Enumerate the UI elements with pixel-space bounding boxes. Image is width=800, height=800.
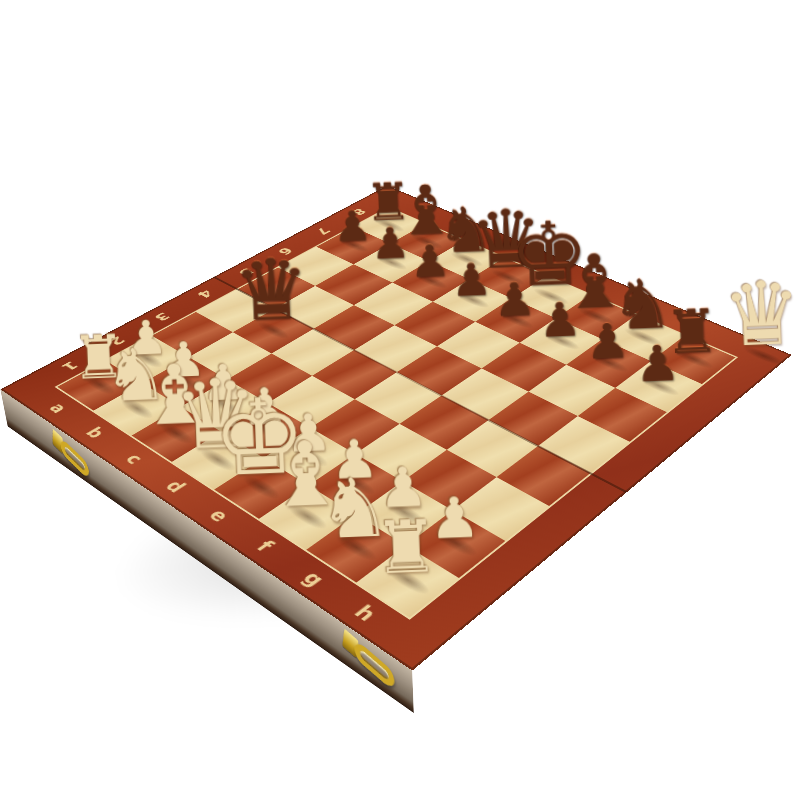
file-label-text: d	[160, 476, 191, 496]
pawn-glyph: ♟︎	[635, 338, 681, 389]
latch-loop	[354, 639, 396, 691]
square-g5[interactable]	[489, 392, 578, 446]
file-label-text: b	[81, 424, 110, 442]
file-label-text: c	[120, 450, 148, 468]
scene: abcdefgh12345678♜︎♝︎♞︎♛︎♚︎♝︎♞︎♜︎♟︎♟︎♟︎♟︎…	[0, 0, 800, 800]
square-f5[interactable]	[442, 368, 529, 420]
square-h4[interactable]	[497, 446, 591, 506]
square-h5[interactable]	[538, 416, 629, 473]
photo-stage: abcdefgh12345678♜︎♝︎♞︎♛︎♚︎♝︎♞︎♜︎♟︎♟︎♟︎♟︎…	[0, 0, 800, 800]
square-e4[interactable]	[355, 372, 442, 424]
file-label-text: g	[297, 567, 330, 590]
file-label-text: h	[349, 601, 382, 626]
square-f4[interactable]	[400, 395, 489, 449]
square-g6[interactable]	[529, 365, 616, 416]
square-h6[interactable]	[578, 388, 667, 442]
square-g4[interactable]	[447, 420, 538, 477]
rank-label-text: 7	[312, 226, 335, 237]
file-label-text: f	[251, 537, 279, 556]
rook-glyph: ♜︎	[372, 509, 440, 584]
queen-glyph: ♛︎	[721, 269, 800, 360]
file-label-text: e	[204, 505, 235, 525]
rank-label-text: 4	[193, 288, 217, 301]
file-label-text: a	[44, 400, 72, 417]
